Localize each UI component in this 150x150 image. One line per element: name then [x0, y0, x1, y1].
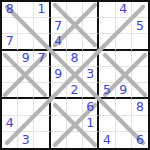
cell-r7c1[interactable] — [2, 99, 18, 115]
cell-r6c2[interactable] — [18, 83, 34, 99]
given-digit-4: 4 — [6, 117, 14, 130]
cell-r6c4[interactable] — [51, 83, 67, 99]
given-digit-1: 1 — [38, 3, 46, 16]
cell-r9c7[interactable]: 4 — [99, 132, 115, 148]
cell-r9c3[interactable] — [34, 132, 50, 148]
cell-r9c5[interactable] — [67, 132, 83, 148]
cell-r4c2[interactable]: 9 — [18, 51, 34, 67]
given-digit-3: 3 — [86, 68, 94, 81]
cell-r3c7[interactable] — [99, 34, 115, 50]
cell-r5c8[interactable] — [116, 67, 132, 83]
given-digit-2: 2 — [71, 84, 79, 97]
cell-r7c8[interactable] — [116, 99, 132, 115]
cell-r6c3[interactable] — [34, 83, 50, 99]
cell-r9c1[interactable] — [2, 132, 18, 148]
cell-r6c1[interactable] — [2, 83, 18, 99]
cell-r2c5[interactable] — [67, 18, 83, 34]
cell-r4c3[interactable]: 7 — [34, 51, 50, 67]
cell-r1c1[interactable]: 8 — [2, 2, 18, 18]
given-digit-5: 5 — [103, 84, 111, 97]
cell-r8c8[interactable] — [116, 116, 132, 132]
cell-r8c7[interactable] — [99, 116, 115, 132]
sudoku-grid: 8147574978932596841346 — [0, 0, 150, 150]
cell-r5c4[interactable]: 9 — [51, 67, 67, 83]
cell-r8c9[interactable] — [132, 116, 148, 132]
cell-r1c4[interactable] — [51, 2, 67, 18]
cell-r7c4[interactable] — [51, 99, 67, 115]
cell-r5c1[interactable] — [2, 67, 18, 83]
cell-r7c3[interactable] — [34, 99, 50, 115]
given-digit-8: 8 — [6, 3, 14, 16]
cell-r1c5[interactable] — [67, 2, 83, 18]
cell-r6c7[interactable]: 5 — [99, 83, 115, 99]
given-digit-4: 4 — [103, 134, 111, 147]
cell-r5c9[interactable] — [132, 67, 148, 83]
cell-r4c9[interactable] — [132, 51, 148, 67]
cell-r8c6[interactable]: 1 — [83, 116, 99, 132]
given-digit-7: 7 — [38, 52, 46, 65]
cell-r1c3[interactable]: 1 — [34, 2, 50, 18]
cell-r1c2[interactable] — [18, 2, 34, 18]
cell-r8c2[interactable] — [18, 116, 34, 132]
cell-r4c8[interactable] — [116, 51, 132, 67]
cell-r3c3[interactable] — [34, 34, 50, 50]
cell-r5c6[interactable]: 3 — [83, 67, 99, 83]
cell-r1c7[interactable] — [99, 2, 115, 18]
cell-r1c8[interactable]: 4 — [116, 2, 132, 18]
cell-r3c2[interactable] — [18, 34, 34, 50]
cell-r1c9[interactable] — [132, 2, 148, 18]
cell-r3c4[interactable]: 4 — [51, 34, 67, 50]
cell-r4c5[interactable]: 8 — [67, 51, 83, 67]
given-digit-6: 6 — [136, 134, 144, 147]
cell-r2c1[interactable] — [2, 18, 18, 34]
cell-r9c4[interactable] — [51, 132, 67, 148]
given-digit-9: 9 — [22, 52, 30, 65]
given-digit-4: 4 — [119, 3, 127, 16]
cell-r9c2[interactable]: 3 — [18, 132, 34, 148]
given-digit-6: 6 — [86, 101, 94, 114]
cell-r8c4[interactable] — [51, 116, 67, 132]
cell-r7c9[interactable]: 8 — [132, 99, 148, 115]
given-digit-1: 1 — [86, 117, 94, 130]
cell-r4c1[interactable] — [2, 51, 18, 67]
given-digit-9: 9 — [54, 68, 62, 81]
cell-r2c7[interactable] — [99, 18, 115, 34]
cell-r4c7[interactable] — [99, 51, 115, 67]
cell-r1c6[interactable] — [83, 2, 99, 18]
cell-r2c4[interactable]: 7 — [51, 18, 67, 34]
cell-r3c6[interactable] — [83, 34, 99, 50]
cell-r6c6[interactable] — [83, 83, 99, 99]
cell-r2c3[interactable] — [34, 18, 50, 34]
cell-r6c8[interactable]: 9 — [116, 83, 132, 99]
given-digit-4: 4 — [54, 35, 62, 48]
sudoku-board: 8147574978932596841346 — [0, 0, 150, 150]
cell-r2c8[interactable] — [116, 18, 132, 34]
cell-r2c2[interactable] — [18, 18, 34, 34]
given-digit-9: 9 — [119, 84, 127, 97]
cell-r3c9[interactable] — [132, 34, 148, 50]
cell-r9c6[interactable] — [83, 132, 99, 148]
given-digit-8: 8 — [136, 101, 144, 114]
cell-r4c6[interactable] — [83, 51, 99, 67]
cell-r7c5[interactable] — [67, 99, 83, 115]
cell-r2c6[interactable] — [83, 18, 99, 34]
cell-r5c2[interactable] — [18, 67, 34, 83]
cell-r8c1[interactable]: 4 — [2, 116, 18, 132]
cell-r3c1[interactable]: 7 — [2, 34, 18, 50]
cell-r5c5[interactable] — [67, 67, 83, 83]
cell-r6c9[interactable] — [132, 83, 148, 99]
cell-r6c5[interactable]: 2 — [67, 83, 83, 99]
cell-r8c5[interactable] — [67, 116, 83, 132]
cell-r3c5[interactable] — [67, 34, 83, 50]
given-digit-5: 5 — [136, 20, 144, 33]
given-digit-7: 7 — [6, 35, 14, 48]
cell-r4c4[interactable] — [51, 51, 67, 67]
cell-r3c8[interactable] — [116, 34, 132, 50]
cell-r5c7[interactable] — [99, 67, 115, 83]
given-digit-7: 7 — [54, 20, 62, 33]
cell-r2c9[interactable]: 5 — [132, 18, 148, 34]
cell-r9c8[interactable] — [116, 132, 132, 148]
given-digit-3: 3 — [22, 134, 30, 147]
cell-r7c7[interactable] — [99, 99, 115, 115]
cell-r9c9[interactable]: 6 — [132, 132, 148, 148]
given-digit-8: 8 — [71, 52, 79, 65]
cell-r7c2[interactable] — [18, 99, 34, 115]
cell-r5c3[interactable] — [34, 67, 50, 83]
cell-r8c3[interactable] — [34, 116, 50, 132]
cell-r7c6[interactable]: 6 — [83, 99, 99, 115]
